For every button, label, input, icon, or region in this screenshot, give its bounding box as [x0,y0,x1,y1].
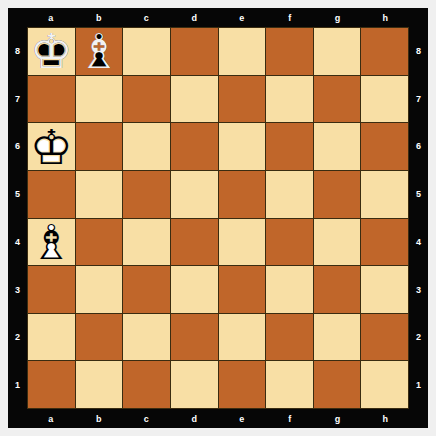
rank-label-7-left: 7 [8,75,27,123]
rank-label-7-right: 7 [409,75,428,123]
square-e4[interactable] [219,219,266,266]
square-a3[interactable] [28,266,75,313]
square-f5[interactable] [266,171,313,218]
square-b6[interactable] [76,123,123,170]
square-c4[interactable] [123,219,170,266]
square-b4[interactable] [76,219,123,266]
square-h4[interactable] [361,219,408,266]
rank-label-8-left: 8 [8,27,27,75]
square-f7[interactable] [266,76,313,123]
rank-label-1-left: 1 [8,361,27,409]
rank-label-2-left: 2 [8,314,27,362]
rank-labels-left: 87654321 [8,27,27,409]
square-g2[interactable] [314,314,361,361]
rank-label-1-right: 1 [409,361,428,409]
white-king-outline-glyph: ♔ [28,123,75,170]
square-g1[interactable] [314,361,361,408]
square-f2[interactable] [266,314,313,361]
square-d7[interactable] [171,76,218,123]
chess-board: ♚♔♝♗♚♔♝♗ [27,27,409,409]
square-c2[interactable] [123,314,170,361]
file-label-c-top: c [123,8,171,27]
square-g6[interactable] [314,123,361,170]
rank-labels-right: 87654321 [409,27,428,409]
square-e1[interactable] [219,361,266,408]
square-e7[interactable] [219,76,266,123]
file-label-d-top: d [170,8,218,27]
square-d3[interactable] [171,266,218,313]
rank-label-4-right: 4 [409,218,428,266]
file-label-b-bottom: b [75,409,123,428]
square-a6[interactable]: ♚♔ [28,123,75,170]
file-label-a-bottom: a [27,409,75,428]
square-b8[interactable]: ♝♗ [76,28,123,75]
page-background: abcdefgh 87654321 ♚♔♝♗♚♔♝♗ 87654321 abcd… [0,0,436,436]
square-e8[interactable] [219,28,266,75]
square-c7[interactable] [123,76,170,123]
square-g5[interactable] [314,171,361,218]
square-c1[interactable] [123,361,170,408]
piece-black-bishop-b8[interactable]: ♝♗ [76,28,123,75]
square-h6[interactable] [361,123,408,170]
square-e2[interactable] [219,314,266,361]
square-e5[interactable] [219,171,266,218]
file-label-c-bottom: c [123,409,171,428]
file-label-e-top: e [218,8,266,27]
square-f6[interactable] [266,123,313,170]
square-b2[interactable] [76,314,123,361]
square-f3[interactable] [266,266,313,313]
square-g4[interactable] [314,219,361,266]
file-label-e-bottom: e [218,409,266,428]
square-a1[interactable] [28,361,75,408]
square-a2[interactable] [28,314,75,361]
square-g8[interactable] [314,28,361,75]
file-label-d-bottom: d [170,409,218,428]
square-f4[interactable] [266,219,313,266]
piece-black-king-a8[interactable]: ♚♔ [28,28,75,75]
square-h2[interactable] [361,314,408,361]
square-e6[interactable] [219,123,266,170]
square-h8[interactable] [361,28,408,75]
rank-label-5-left: 5 [8,170,27,218]
file-label-f-bottom: f [266,409,314,428]
square-c5[interactable] [123,171,170,218]
black-bishop-outline-glyph: ♗ [76,28,123,75]
square-f1[interactable] [266,361,313,408]
square-a7[interactable] [28,76,75,123]
rank-label-6-left: 6 [8,123,27,171]
square-f8[interactable] [266,28,313,75]
square-d2[interactable] [171,314,218,361]
square-g3[interactable] [314,266,361,313]
square-h1[interactable] [361,361,408,408]
square-e3[interactable] [219,266,266,313]
rank-label-5-right: 5 [409,170,428,218]
rank-label-3-left: 3 [8,266,27,314]
square-b3[interactable] [76,266,123,313]
square-d6[interactable] [171,123,218,170]
square-c3[interactable] [123,266,170,313]
rank-label-3-right: 3 [409,266,428,314]
square-b7[interactable] [76,76,123,123]
square-g7[interactable] [314,76,361,123]
square-h3[interactable] [361,266,408,313]
piece-white-bishop-a4[interactable]: ♝♗ [28,219,75,266]
rank-label-8-right: 8 [409,27,428,75]
file-label-g-bottom: g [314,409,362,428]
square-d8[interactable] [171,28,218,75]
square-d1[interactable] [171,361,218,408]
black-king-outline-glyph: ♔ [28,28,75,75]
board-frame: abcdefgh 87654321 ♚♔♝♗♚♔♝♗ 87654321 abcd… [8,8,428,428]
file-label-h-top: h [361,8,409,27]
square-c8[interactable] [123,28,170,75]
file-label-g-top: g [314,8,362,27]
rank-label-2-right: 2 [409,314,428,362]
rank-label-6-right: 6 [409,123,428,171]
file-labels-bottom: abcdefgh [27,409,409,428]
square-d4[interactable] [171,219,218,266]
file-label-f-top: f [266,8,314,27]
rank-label-4-left: 4 [8,218,27,266]
file-label-h-bottom: h [361,409,409,428]
square-h5[interactable] [361,171,408,218]
square-b5[interactable] [76,171,123,218]
piece-white-king-a6[interactable]: ♚♔ [28,123,75,170]
square-a5[interactable] [28,171,75,218]
white-bishop-outline-glyph: ♗ [28,219,75,266]
square-d5[interactable] [171,171,218,218]
square-a8[interactable]: ♚♔ [28,28,75,75]
square-b1[interactable] [76,361,123,408]
square-c6[interactable] [123,123,170,170]
square-a4[interactable]: ♝♗ [28,219,75,266]
square-h7[interactable] [361,76,408,123]
